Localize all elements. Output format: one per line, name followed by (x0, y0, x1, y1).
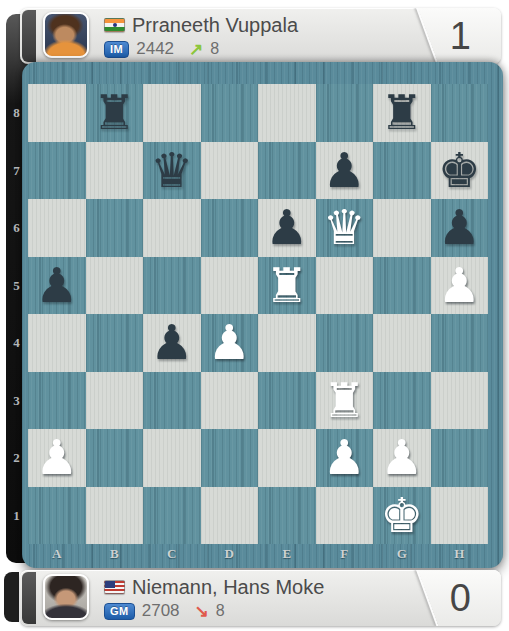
square-d7[interactable] (201, 142, 259, 200)
square-b6[interactable] (86, 199, 144, 257)
square-b4[interactable] (86, 314, 144, 372)
card-left-tab (22, 572, 36, 624)
title-badge: IM (104, 41, 129, 58)
black-piece-g8[interactable]: ♜ (380, 84, 423, 141)
square-g8[interactable]: ♜ (373, 84, 431, 142)
square-e8[interactable] (258, 84, 316, 142)
file-labels: ABCDEFGH (28, 546, 488, 562)
square-a7[interactable] (28, 142, 86, 200)
black-piece-f7[interactable]: ♟ (323, 142, 366, 199)
square-a3[interactable] (28, 372, 86, 430)
avatar (43, 12, 89, 58)
player-card-top: Prraneeth Vuppala IM 2442 ↗ 8 1 (20, 8, 501, 64)
square-f4[interactable] (316, 314, 374, 372)
square-c1[interactable] (143, 487, 201, 545)
square-f8[interactable] (316, 84, 374, 142)
square-b5[interactable] (86, 257, 144, 315)
square-f3[interactable]: ♜ (316, 372, 374, 430)
square-b8[interactable]: ♜ (86, 84, 144, 142)
player-name: Niemann, Hans Moke (132, 576, 324, 599)
square-a8[interactable] (28, 84, 86, 142)
file-label-e: E (258, 546, 316, 562)
square-a2[interactable]: ♟ (28, 429, 86, 487)
square-f1[interactable] (316, 487, 374, 545)
rank-label-8: 8 (6, 84, 27, 142)
square-g6[interactable] (373, 199, 431, 257)
square-g4[interactable] (373, 314, 431, 372)
player-name: Prraneeth Vuppala (132, 14, 298, 37)
rank-label-4: 4 (6, 314, 27, 372)
square-a6[interactable] (28, 199, 86, 257)
square-h2[interactable] (431, 429, 489, 487)
title-badge: GM (104, 603, 135, 620)
square-g1[interactable]: ♚ (373, 487, 431, 545)
square-d4[interactable]: ♟ (201, 314, 259, 372)
country-flag-icon (104, 580, 125, 594)
square-g7[interactable] (373, 142, 431, 200)
black-piece-h6[interactable]: ♟ (438, 199, 481, 256)
file-label-c: C (143, 546, 201, 562)
square-e5[interactable]: ♜ (258, 257, 316, 315)
square-e6[interactable]: ♟ (258, 199, 316, 257)
white-piece-d4[interactable]: ♟ (208, 314, 251, 371)
game-widget: Prraneeth Vuppala IM 2442 ↗ 8 1 ♜♜♛♟♚♟♛♟… (0, 0, 509, 631)
square-c7[interactable]: ♛ (143, 142, 201, 200)
rank-label-2: 2 (6, 429, 27, 487)
black-piece-c4[interactable]: ♟ (150, 314, 193, 371)
square-h8[interactable] (431, 84, 489, 142)
rank-labels: 87654321 (6, 84, 27, 544)
square-e7[interactable] (258, 142, 316, 200)
square-c3[interactable] (143, 372, 201, 430)
square-c6[interactable] (143, 199, 201, 257)
square-b3[interactable] (86, 372, 144, 430)
square-d5[interactable] (201, 257, 259, 315)
square-g3[interactable] (373, 372, 431, 430)
square-c4[interactable]: ♟ (143, 314, 201, 372)
square-d6[interactable] (201, 199, 259, 257)
square-b1[interactable] (86, 487, 144, 545)
rank-label-3: 3 (6, 372, 27, 430)
avatar (43, 574, 89, 620)
white-piece-a2[interactable]: ♟ (35, 429, 78, 486)
square-h6[interactable]: ♟ (431, 199, 489, 257)
rating-trend-icon: ↗ (189, 39, 203, 60)
board-panel: ♜♜♛♟♚♟♛♟♟♜♟♟♟♜♟♟♟♚ ABCDEFGH (22, 62, 503, 568)
rating-trend-icon: ↘ (195, 601, 209, 622)
square-h4[interactable] (431, 314, 489, 372)
white-piece-f3[interactable]: ♜ (323, 372, 366, 429)
black-piece-e6[interactable]: ♟ (265, 199, 308, 256)
square-d2[interactable] (201, 429, 259, 487)
file-label-f: F (316, 546, 374, 562)
square-a5[interactable]: ♟ (28, 257, 86, 315)
rank-label-5: 5 (6, 257, 27, 315)
file-label-g: G (373, 546, 431, 562)
white-piece-f6[interactable]: ♛ (323, 199, 366, 256)
player-rating: 2442 (136, 39, 174, 59)
player-card-bottom: Niemann, Hans Moke GM 2708 ↘ 8 0 (20, 570, 501, 626)
square-g2[interactable]: ♟ (373, 429, 431, 487)
square-e2[interactable] (258, 429, 316, 487)
file-label-a: A (28, 546, 86, 562)
square-h5[interactable]: ♟ (431, 257, 489, 315)
black-piece-a5[interactable]: ♟ (35, 257, 78, 314)
rank-label-7: 7 (6, 142, 27, 200)
black-piece-c7[interactable]: ♛ (150, 142, 193, 199)
square-h7[interactable]: ♚ (431, 142, 489, 200)
square-b2[interactable] (86, 429, 144, 487)
square-a1[interactable] (28, 487, 86, 545)
square-a4[interactable] (28, 314, 86, 372)
square-f2[interactable]: ♟ (316, 429, 374, 487)
file-label-h: H (431, 546, 489, 562)
square-d1[interactable] (201, 487, 259, 545)
player-score: 1 (450, 15, 471, 58)
white-piece-h5[interactable]: ♟ (438, 257, 481, 314)
square-f5[interactable] (316, 257, 374, 315)
white-piece-g1[interactable]: ♚ (380, 487, 423, 544)
black-piece-h7[interactable]: ♚ (438, 142, 481, 199)
square-e1[interactable] (258, 487, 316, 545)
square-d3[interactable] (201, 372, 259, 430)
rank-label-6: 6 (6, 199, 27, 257)
square-c8[interactable] (143, 84, 201, 142)
player-score: 0 (450, 577, 471, 620)
square-d8[interactable] (201, 84, 259, 142)
square-f7[interactable]: ♟ (316, 142, 374, 200)
black-piece-b8[interactable]: ♜ (93, 84, 136, 141)
square-f6[interactable]: ♛ (316, 199, 374, 257)
player-rating: 2708 (142, 601, 180, 621)
board-squares: ♜♜♛♟♚♟♛♟♟♜♟♟♟♜♟♟♟♚ (28, 84, 488, 544)
white-piece-e5[interactable]: ♜ (265, 257, 308, 314)
rating-change: 8 (216, 602, 225, 620)
white-piece-f2[interactable]: ♟ (323, 429, 366, 486)
square-g5[interactable] (373, 257, 431, 315)
country-flag-icon (104, 18, 125, 32)
rating-change: 8 (210, 40, 219, 58)
square-c5[interactable] (143, 257, 201, 315)
square-h3[interactable] (431, 372, 489, 430)
square-e3[interactable] (258, 372, 316, 430)
square-e4[interactable] (258, 314, 316, 372)
dark-spine-bottom (4, 572, 19, 622)
file-label-d: D (201, 546, 259, 562)
square-c2[interactable] (143, 429, 201, 487)
card-left-tab (22, 10, 36, 62)
white-piece-g2[interactable]: ♟ (380, 429, 423, 486)
square-h1[interactable] (431, 487, 489, 545)
square-b7[interactable] (86, 142, 144, 200)
file-label-b: B (86, 546, 144, 562)
rank-label-1: 1 (6, 487, 27, 545)
